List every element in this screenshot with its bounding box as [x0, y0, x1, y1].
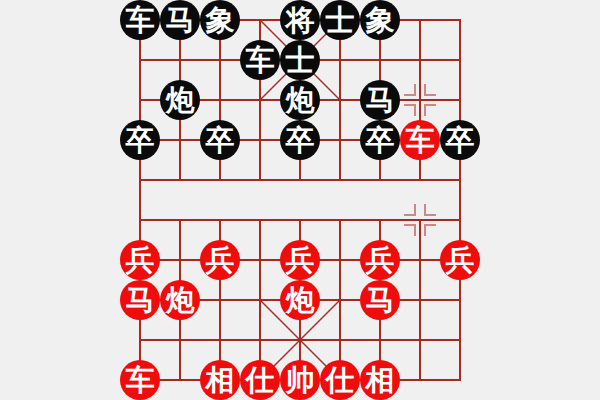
piece-black-chariot[interactable]: 车 [240, 40, 280, 80]
piece-red-general[interactable]: 帅 [280, 360, 320, 400]
piece-red-cannon[interactable]: 炮 [280, 280, 320, 320]
piece-black-advisor[interactable]: 士 [280, 40, 320, 80]
piece-black-general[interactable]: 将 [280, 0, 320, 40]
piece-red-chariot[interactable]: 车 [120, 360, 160, 400]
piece-red-elephant[interactable]: 相 [200, 360, 240, 400]
piece-red-horse[interactable]: 马 [120, 280, 160, 320]
piece-red-chariot[interactable]: 车 [400, 120, 440, 160]
piece-black-elephant[interactable]: 象 [360, 0, 400, 40]
piece-black-cannon[interactable]: 炮 [160, 80, 200, 120]
piece-black-cannon[interactable]: 炮 [280, 80, 320, 120]
piece-red-soldier[interactable]: 兵 [280, 240, 320, 280]
piece-grid: 车马象将士象车士炮炮马卒卒卒卒车卒兵兵兵兵兵马炮炮马车相仕帅仕相 [120, 0, 480, 400]
piece-black-advisor[interactable]: 士 [320, 0, 360, 40]
piece-black-chariot[interactable]: 车 [120, 0, 160, 40]
xiangqi-board: 车马象将士象车士炮炮马卒卒卒卒车卒兵兵兵兵兵马炮炮马车相仕帅仕相 [0, 0, 600, 400]
piece-red-soldier[interactable]: 兵 [120, 240, 160, 280]
piece-red-soldier[interactable]: 兵 [440, 240, 480, 280]
piece-red-soldier[interactable]: 兵 [200, 240, 240, 280]
piece-red-elephant[interactable]: 相 [360, 360, 400, 400]
piece-black-soldier[interactable]: 卒 [280, 120, 320, 160]
piece-black-soldier[interactable]: 卒 [200, 120, 240, 160]
piece-red-cannon[interactable]: 炮 [160, 280, 200, 320]
piece-black-soldier[interactable]: 卒 [120, 120, 160, 160]
piece-black-soldier[interactable]: 卒 [360, 120, 400, 160]
piece-black-horse[interactable]: 马 [160, 0, 200, 40]
piece-red-soldier[interactable]: 兵 [360, 240, 400, 280]
piece-red-advisor[interactable]: 仕 [240, 360, 280, 400]
piece-red-advisor[interactable]: 仕 [320, 360, 360, 400]
piece-black-horse[interactable]: 马 [360, 80, 400, 120]
piece-black-soldier[interactable]: 卒 [440, 120, 480, 160]
piece-red-horse[interactable]: 马 [360, 280, 400, 320]
piece-black-elephant[interactable]: 象 [200, 0, 240, 40]
